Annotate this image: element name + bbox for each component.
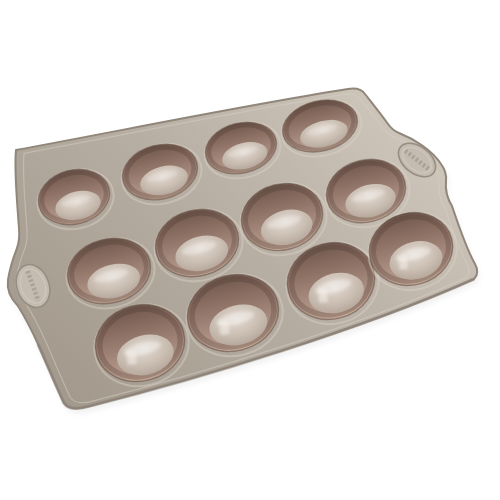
muffin-pan-image	[0, 0, 500, 500]
product-photo: Angled overhead product photo of an empt…	[0, 0, 500, 500]
